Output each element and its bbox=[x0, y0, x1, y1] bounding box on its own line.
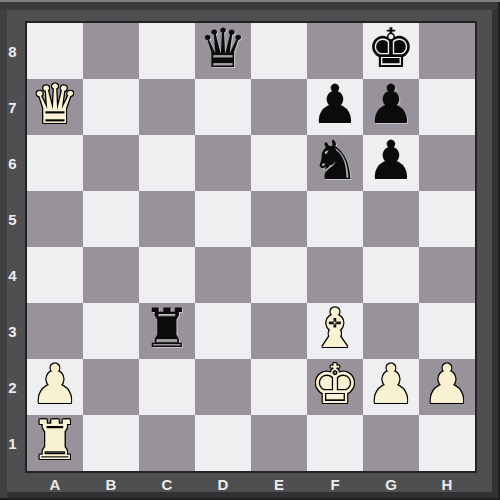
square-e1[interactable] bbox=[251, 415, 307, 471]
rank-labels: 87654321 bbox=[0, 23, 25, 471]
square-h8[interactable] bbox=[419, 23, 475, 79]
rank-label-5: 5 bbox=[0, 191, 25, 247]
square-d3[interactable] bbox=[195, 303, 251, 359]
square-f6[interactable]: ♞ bbox=[307, 135, 363, 191]
square-e6[interactable] bbox=[251, 135, 307, 191]
square-h6[interactable] bbox=[419, 135, 475, 191]
square-e8[interactable] bbox=[251, 23, 307, 79]
file-label-c: C bbox=[139, 473, 195, 496]
rank-label-1: 1 bbox=[0, 415, 25, 471]
square-a4[interactable] bbox=[27, 247, 83, 303]
square-d7[interactable] bbox=[195, 79, 251, 135]
square-b4[interactable] bbox=[83, 247, 139, 303]
white-bishop[interactable]: ♝ bbox=[311, 303, 359, 356]
rank-label-2: 2 bbox=[0, 359, 25, 415]
black-pawn[interactable]: ♟ bbox=[367, 135, 415, 188]
square-c8[interactable] bbox=[139, 23, 195, 79]
square-d5[interactable] bbox=[195, 191, 251, 247]
square-e5[interactable] bbox=[251, 191, 307, 247]
square-c1[interactable] bbox=[139, 415, 195, 471]
square-b3[interactable] bbox=[83, 303, 139, 359]
square-f2[interactable]: ♚ bbox=[307, 359, 363, 415]
square-a1[interactable]: ♜ bbox=[27, 415, 83, 471]
square-a6[interactable] bbox=[27, 135, 83, 191]
square-f4[interactable] bbox=[307, 247, 363, 303]
rank-label-4: 4 bbox=[0, 247, 25, 303]
square-e3[interactable] bbox=[251, 303, 307, 359]
square-b2[interactable] bbox=[83, 359, 139, 415]
square-b6[interactable] bbox=[83, 135, 139, 191]
file-label-e: E bbox=[251, 473, 307, 496]
square-h3[interactable] bbox=[419, 303, 475, 359]
square-g7[interactable]: ♟ bbox=[363, 79, 419, 135]
file-label-a: A bbox=[27, 473, 83, 496]
square-e4[interactable] bbox=[251, 247, 307, 303]
square-g8[interactable]: ♚ bbox=[363, 23, 419, 79]
chess-diagram: 87654321 ♛♚♛♟♟♞♟♜♝♟♚♟♟♜ ABCDEFGH bbox=[0, 0, 500, 500]
black-king[interactable]: ♚ bbox=[367, 23, 415, 76]
rank-label-8: 8 bbox=[0, 23, 25, 79]
white-king[interactable]: ♚ bbox=[311, 359, 359, 412]
square-h4[interactable] bbox=[419, 247, 475, 303]
square-f3[interactable]: ♝ bbox=[307, 303, 363, 359]
black-pawn[interactable]: ♟ bbox=[367, 79, 415, 132]
black-knight[interactable]: ♞ bbox=[311, 135, 359, 188]
square-c7[interactable] bbox=[139, 79, 195, 135]
square-h2[interactable]: ♟ bbox=[419, 359, 475, 415]
square-d1[interactable] bbox=[195, 415, 251, 471]
square-c5[interactable] bbox=[139, 191, 195, 247]
square-a5[interactable] bbox=[27, 191, 83, 247]
square-g2[interactable]: ♟ bbox=[363, 359, 419, 415]
square-h5[interactable] bbox=[419, 191, 475, 247]
black-rook[interactable]: ♜ bbox=[143, 303, 191, 356]
square-a8[interactable] bbox=[27, 23, 83, 79]
file-label-h: H bbox=[419, 473, 475, 496]
square-d6[interactable] bbox=[195, 135, 251, 191]
square-a3[interactable] bbox=[27, 303, 83, 359]
file-label-g: G bbox=[363, 473, 419, 496]
square-c2[interactable] bbox=[139, 359, 195, 415]
square-b5[interactable] bbox=[83, 191, 139, 247]
square-b7[interactable] bbox=[83, 79, 139, 135]
square-f8[interactable] bbox=[307, 23, 363, 79]
chess-board[interactable]: ♛♚♛♟♟♞♟♜♝♟♚♟♟♜ bbox=[25, 21, 477, 473]
square-e7[interactable] bbox=[251, 79, 307, 135]
white-queen[interactable]: ♛ bbox=[31, 79, 79, 132]
white-pawn[interactable]: ♟ bbox=[31, 359, 79, 412]
file-labels: ABCDEFGH bbox=[27, 473, 475, 496]
file-label-f: F bbox=[307, 473, 363, 496]
square-d4[interactable] bbox=[195, 247, 251, 303]
file-label-b: B bbox=[83, 473, 139, 496]
square-d2[interactable] bbox=[195, 359, 251, 415]
square-f1[interactable] bbox=[307, 415, 363, 471]
file-label-d: D bbox=[195, 473, 251, 496]
white-pawn[interactable]: ♟ bbox=[367, 359, 415, 412]
rank-label-7: 7 bbox=[0, 79, 25, 135]
square-f5[interactable] bbox=[307, 191, 363, 247]
square-a7[interactable]: ♛ bbox=[27, 79, 83, 135]
square-c3[interactable]: ♜ bbox=[139, 303, 195, 359]
square-h1[interactable] bbox=[419, 415, 475, 471]
rank-label-6: 6 bbox=[0, 135, 25, 191]
white-rook[interactable]: ♜ bbox=[31, 415, 79, 468]
square-b1[interactable] bbox=[83, 415, 139, 471]
square-g4[interactable] bbox=[363, 247, 419, 303]
square-g1[interactable] bbox=[363, 415, 419, 471]
square-e2[interactable] bbox=[251, 359, 307, 415]
square-d8[interactable]: ♛ bbox=[195, 23, 251, 79]
square-h7[interactable] bbox=[419, 79, 475, 135]
rank-label-3: 3 bbox=[0, 303, 25, 359]
square-c6[interactable] bbox=[139, 135, 195, 191]
square-g6[interactable]: ♟ bbox=[363, 135, 419, 191]
square-c4[interactable] bbox=[139, 247, 195, 303]
square-g5[interactable] bbox=[363, 191, 419, 247]
square-b8[interactable] bbox=[83, 23, 139, 79]
square-g3[interactable] bbox=[363, 303, 419, 359]
black-queen[interactable]: ♛ bbox=[199, 23, 247, 76]
white-pawn[interactable]: ♟ bbox=[423, 359, 471, 412]
black-pawn[interactable]: ♟ bbox=[311, 79, 359, 132]
square-f7[interactable]: ♟ bbox=[307, 79, 363, 135]
square-a2[interactable]: ♟ bbox=[27, 359, 83, 415]
